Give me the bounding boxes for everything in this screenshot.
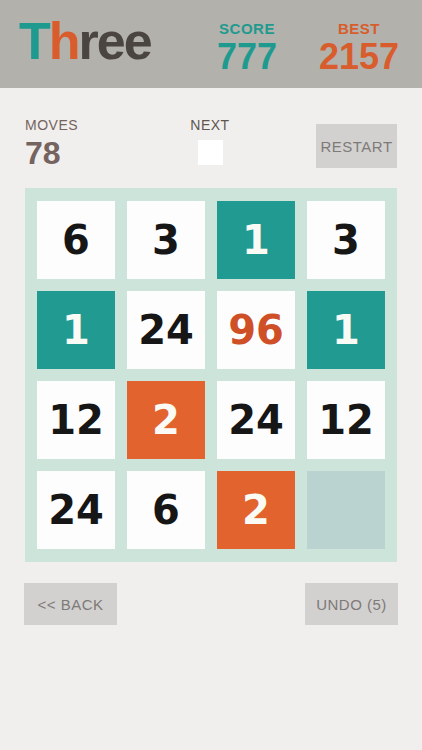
- tile-24: 24: [37, 471, 115, 549]
- best-block: BEST 2157: [316, 20, 402, 75]
- tile-12: 12: [307, 381, 385, 459]
- score-value: 777: [204, 39, 290, 75]
- next-tile-preview: [198, 140, 223, 165]
- tile-1: 1: [37, 291, 115, 369]
- logo-letter-h: h: [49, 12, 79, 70]
- moves-label: MOVES: [25, 117, 78, 133]
- tile-96: 96: [217, 291, 295, 369]
- tile-3: 3: [307, 201, 385, 279]
- undo-button[interactable]: UNDO (5): [305, 583, 398, 625]
- logo-letter-t: T: [19, 12, 49, 70]
- app-screen: Three SCORE 777 BEST 2157 MOVES 78 NEXT …: [0, 0, 422, 750]
- next-tile-block: NEXT: [186, 117, 234, 165]
- logo-letters-ree: ree: [79, 12, 151, 70]
- tile-6: 6: [37, 201, 115, 279]
- moves-block: MOVES 78: [25, 117, 78, 169]
- tile-1: 1: [217, 201, 295, 279]
- moves-value: 78: [25, 137, 78, 169]
- empty-cell: [307, 471, 385, 549]
- tile-3: 3: [127, 201, 205, 279]
- next-label: NEXT: [186, 117, 234, 133]
- tile-2: 2: [127, 381, 205, 459]
- tile-6: 6: [127, 471, 205, 549]
- tile-2: 2: [217, 471, 295, 549]
- score-block: SCORE 777: [204, 20, 290, 75]
- restart-button[interactable]: RESTART: [316, 124, 397, 168]
- score-label: SCORE: [204, 20, 290, 37]
- app-logo: Three: [19, 15, 151, 67]
- tile-12: 12: [37, 381, 115, 459]
- game-board[interactable]: 631312496112224122462: [25, 188, 397, 562]
- tile-1: 1: [307, 291, 385, 369]
- header-bar: Three SCORE 777 BEST 2157: [0, 0, 422, 88]
- best-value: 2157: [316, 39, 402, 75]
- tile-24: 24: [217, 381, 295, 459]
- tile-24: 24: [127, 291, 205, 369]
- back-button[interactable]: << BACK: [24, 583, 117, 625]
- best-label: BEST: [316, 20, 402, 37]
